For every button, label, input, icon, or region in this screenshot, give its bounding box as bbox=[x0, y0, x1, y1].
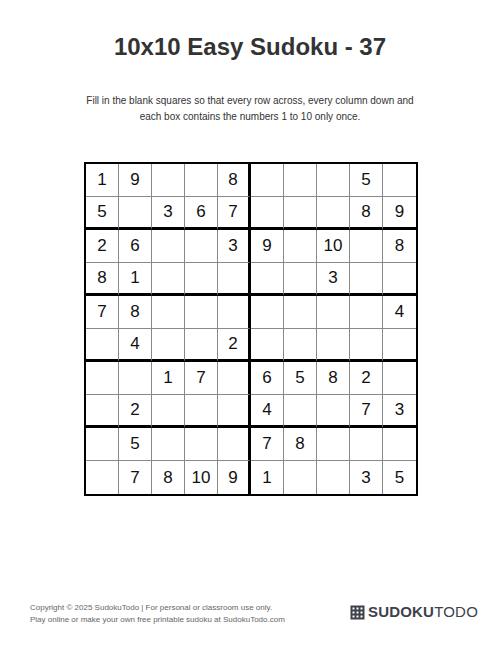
cell-r7c1 bbox=[86, 362, 119, 395]
cell-r6c1 bbox=[86, 329, 119, 362]
cell-r1c3 bbox=[152, 164, 185, 197]
cell-r6c8 bbox=[317, 329, 350, 362]
cell-r1c9: 5 bbox=[350, 164, 383, 197]
cell-r3c7 bbox=[284, 230, 317, 263]
cell-r9c5 bbox=[218, 428, 251, 461]
cell-r10c8 bbox=[317, 461, 350, 494]
cell-r2c1: 5 bbox=[86, 197, 119, 230]
cell-r7c4: 7 bbox=[185, 362, 218, 395]
cell-r5c6 bbox=[251, 296, 284, 329]
cell-r9c9 bbox=[350, 428, 383, 461]
cell-r1c6 bbox=[251, 164, 284, 197]
cell-r8c5 bbox=[218, 395, 251, 428]
page: 10x10 Easy Sudoku - 37 Fill in the blank… bbox=[0, 0, 500, 647]
cell-r4c8: 3 bbox=[317, 263, 350, 296]
cell-r8c2: 2 bbox=[119, 395, 152, 428]
page-title: 10x10 Easy Sudoku - 37 bbox=[0, 33, 500, 61]
cell-r7c10 bbox=[383, 362, 416, 395]
cell-r6c3 bbox=[152, 329, 185, 362]
cell-r8c10: 3 bbox=[383, 395, 416, 428]
cell-r7c6: 6 bbox=[251, 362, 284, 395]
cell-r6c4 bbox=[185, 329, 218, 362]
cell-r8c4 bbox=[185, 395, 218, 428]
cell-r1c2: 9 bbox=[119, 164, 152, 197]
cell-r8c9: 7 bbox=[350, 395, 383, 428]
cell-r4c6 bbox=[251, 263, 284, 296]
cell-r4c2: 1 bbox=[119, 263, 152, 296]
cell-r10c4: 10 bbox=[185, 461, 218, 494]
cell-r10c5: 9 bbox=[218, 461, 251, 494]
cell-r6c2: 4 bbox=[119, 329, 152, 362]
cell-r10c9: 3 bbox=[350, 461, 383, 494]
cell-r6c6 bbox=[251, 329, 284, 362]
cell-r8c7 bbox=[284, 395, 317, 428]
cell-r1c5: 8 bbox=[218, 164, 251, 197]
instructions: Fill in the blank squares so that every … bbox=[0, 93, 500, 124]
cell-r7c7: 5 bbox=[284, 362, 317, 395]
sudoku-board: 1985536789263910881378442176582247357878… bbox=[84, 162, 418, 496]
cell-r9c6: 7 bbox=[251, 428, 284, 461]
cell-r10c3: 8 bbox=[152, 461, 185, 494]
cell-r3c6: 9 bbox=[251, 230, 284, 263]
cell-r6c5: 2 bbox=[218, 329, 251, 362]
cell-r7c8: 8 bbox=[317, 362, 350, 395]
cell-r5c10: 4 bbox=[383, 296, 416, 329]
cell-r1c10 bbox=[383, 164, 416, 197]
cell-r6c7 bbox=[284, 329, 317, 362]
cell-r4c7 bbox=[284, 263, 317, 296]
cell-r9c8 bbox=[317, 428, 350, 461]
cell-r6c10 bbox=[383, 329, 416, 362]
cell-r1c8 bbox=[317, 164, 350, 197]
copyright-line1: Copyright © 2025 SudokuTodo | For person… bbox=[30, 602, 285, 614]
cell-r2c3: 3 bbox=[152, 197, 185, 230]
cell-r5c4 bbox=[185, 296, 218, 329]
cell-r2c9: 8 bbox=[350, 197, 383, 230]
cell-r5c3 bbox=[152, 296, 185, 329]
cell-r9c1 bbox=[86, 428, 119, 461]
cell-r5c2: 8 bbox=[119, 296, 152, 329]
cell-r3c4 bbox=[185, 230, 218, 263]
cell-r3c2: 6 bbox=[119, 230, 152, 263]
cell-r9c10 bbox=[383, 428, 416, 461]
cell-r9c7: 8 bbox=[284, 428, 317, 461]
cell-r4c1: 8 bbox=[86, 263, 119, 296]
cell-r4c5 bbox=[218, 263, 251, 296]
cell-r8c6: 4 bbox=[251, 395, 284, 428]
logo-text-todo: TODO bbox=[434, 603, 478, 620]
cell-r10c7 bbox=[284, 461, 317, 494]
cell-r5c1: 7 bbox=[86, 296, 119, 329]
cell-r1c7 bbox=[284, 164, 317, 197]
cell-r2c8 bbox=[317, 197, 350, 230]
cell-r2c5: 7 bbox=[218, 197, 251, 230]
cell-r8c8 bbox=[317, 395, 350, 428]
cell-r7c9: 2 bbox=[350, 362, 383, 395]
cell-r4c9 bbox=[350, 263, 383, 296]
copyright: Copyright © 2025 SudokuTodo | For person… bbox=[30, 602, 285, 626]
cell-r3c3 bbox=[152, 230, 185, 263]
cell-r1c4 bbox=[185, 164, 218, 197]
instructions-line2: each box contains the numbers 1 to 10 on… bbox=[0, 109, 500, 125]
cell-r9c2: 5 bbox=[119, 428, 152, 461]
cell-r3c5: 3 bbox=[218, 230, 251, 263]
cell-r5c8 bbox=[317, 296, 350, 329]
cell-r8c1 bbox=[86, 395, 119, 428]
cell-r2c10: 9 bbox=[383, 197, 416, 230]
cell-r2c4: 6 bbox=[185, 197, 218, 230]
cell-r2c2 bbox=[119, 197, 152, 230]
cell-r10c6: 1 bbox=[251, 461, 284, 494]
cell-r3c1: 2 bbox=[86, 230, 119, 263]
cell-r10c10: 5 bbox=[383, 461, 416, 494]
cell-r9c4 bbox=[185, 428, 218, 461]
cell-r8c3 bbox=[152, 395, 185, 428]
cell-r5c5 bbox=[218, 296, 251, 329]
cell-r7c2 bbox=[119, 362, 152, 395]
cell-r6c9 bbox=[350, 329, 383, 362]
cell-r2c7 bbox=[284, 197, 317, 230]
cell-r3c10: 8 bbox=[383, 230, 416, 263]
sudokutodo-logo: SUDOKUTODO bbox=[350, 603, 478, 621]
copyright-line2: Play online or make your own free printa… bbox=[30, 614, 285, 626]
cell-r2c6 bbox=[251, 197, 284, 230]
cell-r7c5 bbox=[218, 362, 251, 395]
cell-r4c4 bbox=[185, 263, 218, 296]
cell-r5c7 bbox=[284, 296, 317, 329]
cell-r10c2: 7 bbox=[119, 461, 152, 494]
cell-r4c3 bbox=[152, 263, 185, 296]
cell-r4c10 bbox=[383, 263, 416, 296]
cell-r3c8: 10 bbox=[317, 230, 350, 263]
instructions-line1: Fill in the blank squares so that every … bbox=[0, 93, 500, 109]
cell-r9c3 bbox=[152, 428, 185, 461]
cell-r7c3: 1 bbox=[152, 362, 185, 395]
cell-r5c9 bbox=[350, 296, 383, 329]
grid-icon bbox=[350, 605, 365, 620]
cell-r1c1: 1 bbox=[86, 164, 119, 197]
logo-text-sudoku: SUDOKU bbox=[368, 603, 434, 620]
cell-r3c9 bbox=[350, 230, 383, 263]
cell-r10c1 bbox=[86, 461, 119, 494]
logo-text: SUDOKUTODO bbox=[368, 603, 478, 621]
